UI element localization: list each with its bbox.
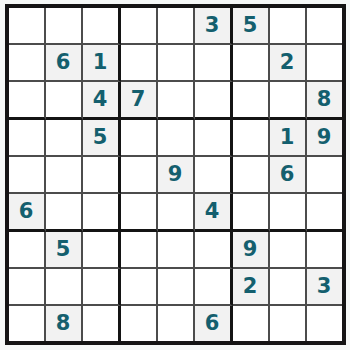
cell-r1c8[interactable] [270,8,307,45]
cell-r7c8[interactable] [270,232,307,269]
cell-r6c9[interactable] [307,194,342,232]
cell-r4c8[interactable]: 1 [270,120,307,157]
cell-r7c6[interactable] [195,232,233,269]
cell-r3c4[interactable]: 7 [121,82,158,120]
cell-r5c3[interactable] [83,157,121,194]
cell-r6c1[interactable]: 6 [9,194,46,232]
cell-r8c2[interactable] [46,269,83,306]
cell-r4c5[interactable] [158,120,195,157]
cell-r1c9[interactable] [307,8,342,45]
cell-r3c8[interactable] [270,82,307,120]
cell-r3c6[interactable] [195,82,233,120]
cell-r6c7[interactable] [233,194,270,232]
cell-r9c7[interactable] [233,306,270,341]
sudoku-board: 356124785199664592386 [5,4,346,345]
cell-r9c9[interactable] [307,306,342,341]
cell-r2c7[interactable] [233,45,270,82]
cell-r2c5[interactable] [158,45,195,82]
cell-r5c5[interactable]: 9 [158,157,195,194]
cell-r2c2[interactable]: 6 [46,45,83,82]
cell-r4c9[interactable]: 9 [307,120,342,157]
cell-r8c9[interactable]: 3 [307,269,342,306]
cell-r1c4[interactable] [121,8,158,45]
cell-r4c4[interactable] [121,120,158,157]
cell-r5c1[interactable] [9,157,46,194]
cell-r6c6[interactable]: 4 [195,194,233,232]
cell-r3c5[interactable] [158,82,195,120]
cell-r2c9[interactable] [307,45,342,82]
cell-r5c9[interactable] [307,157,342,194]
cell-r4c6[interactable] [195,120,233,157]
cell-r5c4[interactable] [121,157,158,194]
cell-r9c2[interactable]: 8 [46,306,83,341]
cell-r5c7[interactable] [233,157,270,194]
cell-r8c8[interactable] [270,269,307,306]
cell-r6c3[interactable] [83,194,121,232]
cell-r9c6[interactable]: 6 [195,306,233,341]
cell-r8c7[interactable]: 2 [233,269,270,306]
cell-r8c1[interactable] [9,269,46,306]
cell-r3c2[interactable] [46,82,83,120]
cell-r7c2[interactable]: 5 [46,232,83,269]
cell-r7c7[interactable]: 9 [233,232,270,269]
cell-r3c1[interactable] [9,82,46,120]
cell-r9c8[interactable] [270,306,307,341]
cell-r4c7[interactable] [233,120,270,157]
cell-r3c3[interactable]: 4 [83,82,121,120]
cell-r7c1[interactable] [9,232,46,269]
cell-r3c7[interactable] [233,82,270,120]
cell-r1c1[interactable] [9,8,46,45]
cell-r4c2[interactable] [46,120,83,157]
cell-r3c9[interactable]: 8 [307,82,342,120]
cell-r2c4[interactable] [121,45,158,82]
cell-r6c5[interactable] [158,194,195,232]
cell-r7c9[interactable] [307,232,342,269]
cell-r8c6[interactable] [195,269,233,306]
cell-r7c3[interactable] [83,232,121,269]
cell-r2c6[interactable] [195,45,233,82]
cell-r9c5[interactable] [158,306,195,341]
cell-r1c3[interactable] [83,8,121,45]
cell-r9c1[interactable] [9,306,46,341]
cell-r5c6[interactable] [195,157,233,194]
cell-r1c2[interactable] [46,8,83,45]
cell-r8c3[interactable] [83,269,121,306]
cell-r2c8[interactable]: 2 [270,45,307,82]
cell-r8c4[interactable] [121,269,158,306]
cell-r9c3[interactable] [83,306,121,341]
cell-r8c5[interactable] [158,269,195,306]
cell-r6c4[interactable] [121,194,158,232]
cell-r9c4[interactable] [121,306,158,341]
cell-r2c3[interactable]: 1 [83,45,121,82]
cell-r1c5[interactable] [158,8,195,45]
cell-r2c1[interactable] [9,45,46,82]
cell-r6c8[interactable] [270,194,307,232]
cell-r4c3[interactable]: 5 [83,120,121,157]
cell-r5c2[interactable] [46,157,83,194]
cell-r6c2[interactable] [46,194,83,232]
cell-r1c6[interactable]: 3 [195,8,233,45]
cell-r4c1[interactable] [9,120,46,157]
cell-r1c7[interactable]: 5 [233,8,270,45]
cell-r5c8[interactable]: 6 [270,157,307,194]
cell-r7c4[interactable] [121,232,158,269]
cell-r7c5[interactable] [158,232,195,269]
